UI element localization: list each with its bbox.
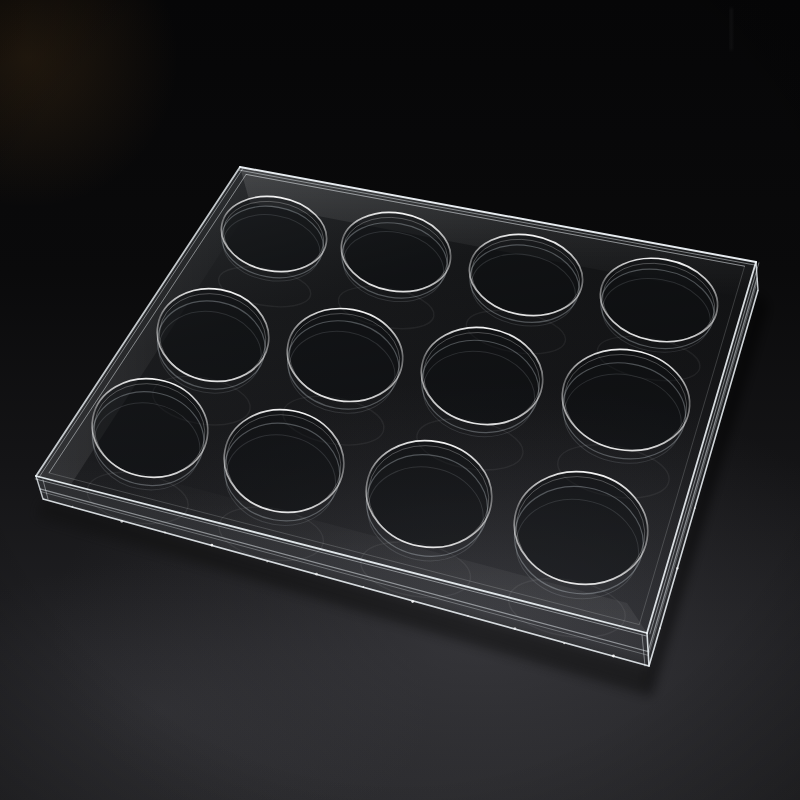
acrylic-tray-scene: [0, 0, 800, 800]
vignette: [0, 0, 800, 800]
product-photo: [0, 0, 800, 800]
